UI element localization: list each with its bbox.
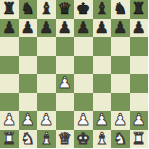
white-bishop-piece: ♝: [95, 130, 109, 148]
square-e3[interactable]: [74, 93, 93, 112]
square-c2[interactable]: ♟: [37, 111, 56, 130]
square-h1[interactable]: ♜: [130, 130, 149, 149]
white-pawn-piece: ♟: [95, 111, 109, 129]
black-bishop-piece: ♝: [95, 0, 109, 18]
black-knight-piece: ♞: [113, 0, 127, 18]
square-c8[interactable]: ♝: [37, 0, 56, 19]
black-pawn-piece: ♟: [58, 19, 72, 37]
square-a1[interactable]: ♜: [0, 130, 19, 149]
square-f3[interactable]: [93, 93, 112, 112]
square-h6[interactable]: [130, 37, 149, 56]
square-e5[interactable]: [74, 56, 93, 75]
square-h4[interactable]: [130, 74, 149, 93]
white-rook-piece: ♜: [2, 130, 16, 148]
black-pawn-piece: ♟: [76, 19, 90, 37]
square-a8[interactable]: ♜: [0, 0, 19, 19]
square-e4[interactable]: [74, 74, 93, 93]
square-h8[interactable]: ♜: [130, 0, 149, 19]
square-b6[interactable]: [19, 37, 38, 56]
square-g7[interactable]: ♟: [111, 19, 130, 38]
square-f8[interactable]: ♝: [93, 0, 112, 19]
square-c4[interactable]: [37, 74, 56, 93]
white-bishop-piece: ♝: [39, 130, 53, 148]
square-a6[interactable]: [0, 37, 19, 56]
white-queen-piece: ♛: [58, 130, 72, 148]
white-pawn-piece: ♟: [39, 111, 53, 129]
square-b3[interactable]: [19, 93, 38, 112]
white-knight-piece: ♞: [113, 130, 127, 148]
square-f1[interactable]: ♝: [93, 130, 112, 149]
square-a5[interactable]: [0, 56, 19, 75]
square-g3[interactable]: [111, 93, 130, 112]
square-f4[interactable]: [93, 74, 112, 93]
square-f6[interactable]: [93, 37, 112, 56]
square-h3[interactable]: [130, 93, 149, 112]
square-g8[interactable]: ♞: [111, 0, 130, 19]
black-pawn-piece: ♟: [39, 19, 53, 37]
square-d8[interactable]: ♛: [56, 0, 75, 19]
square-g2[interactable]: ♟: [111, 111, 130, 130]
square-e7[interactable]: ♟: [74, 19, 93, 38]
square-f7[interactable]: ♟: [93, 19, 112, 38]
square-d6[interactable]: [56, 37, 75, 56]
square-b1[interactable]: ♞: [19, 130, 38, 149]
square-b8[interactable]: ♞: [19, 0, 38, 19]
square-e1[interactable]: ♚: [74, 130, 93, 149]
square-d4[interactable]: ♟: [56, 74, 75, 93]
white-pawn-piece: ♟: [58, 74, 72, 92]
square-c1[interactable]: ♝: [37, 130, 56, 149]
black-bishop-piece: ♝: [39, 0, 53, 18]
square-b4[interactable]: [19, 74, 38, 93]
square-g5[interactable]: [111, 56, 130, 75]
square-a2[interactable]: ♟: [0, 111, 19, 130]
black-knight-piece: ♞: [21, 0, 35, 18]
white-rook-piece: ♜: [132, 130, 146, 148]
black-pawn-piece: ♟: [132, 19, 146, 37]
black-rook-piece: ♜: [132, 0, 146, 18]
square-b5[interactable]: [19, 56, 38, 75]
square-c3[interactable]: [37, 93, 56, 112]
square-d2[interactable]: [56, 111, 75, 130]
square-d3[interactable]: [56, 93, 75, 112]
white-king-piece: ♚: [76, 130, 90, 148]
black-pawn-piece: ♟: [95, 19, 109, 37]
white-pawn-piece: ♟: [21, 111, 35, 129]
square-b7[interactable]: ♟: [19, 19, 38, 38]
black-king-piece: ♚: [76, 0, 90, 18]
square-d7[interactable]: ♟: [56, 19, 75, 38]
square-e6[interactable]: [74, 37, 93, 56]
square-b2[interactable]: ♟: [19, 111, 38, 130]
square-c6[interactable]: [37, 37, 56, 56]
square-a4[interactable]: [0, 74, 19, 93]
square-c7[interactable]: ♟: [37, 19, 56, 38]
black-pawn-piece: ♟: [2, 19, 16, 37]
white-pawn-piece: ♟: [76, 111, 90, 129]
square-c5[interactable]: [37, 56, 56, 75]
square-f5[interactable]: [93, 56, 112, 75]
square-a7[interactable]: ♟: [0, 19, 19, 38]
black-pawn-piece: ♟: [21, 19, 35, 37]
square-g1[interactable]: ♞: [111, 130, 130, 149]
square-d5[interactable]: [56, 56, 75, 75]
black-rook-piece: ♜: [2, 0, 16, 18]
white-pawn-piece: ♟: [113, 111, 127, 129]
black-queen-piece: ♛: [58, 0, 72, 18]
square-h2[interactable]: ♟: [130, 111, 149, 130]
square-f2[interactable]: ♟: [93, 111, 112, 130]
black-pawn-piece: ♟: [113, 19, 127, 37]
white-pawn-piece: ♟: [132, 111, 146, 129]
square-e2[interactable]: ♟: [74, 111, 93, 130]
chess-board: ♜♞♝♛♚♝♞♜♟♟♟♟♟♟♟♟♟♟♟♟♟♟♟♟♜♞♝♛♚♝♞♜: [0, 0, 148, 148]
square-h7[interactable]: ♟: [130, 19, 149, 38]
square-g6[interactable]: [111, 37, 130, 56]
square-e8[interactable]: ♚: [74, 0, 93, 19]
square-h5[interactable]: [130, 56, 149, 75]
square-g4[interactable]: [111, 74, 130, 93]
square-d1[interactable]: ♛: [56, 130, 75, 149]
white-knight-piece: ♞: [21, 130, 35, 148]
white-pawn-piece: ♟: [2, 111, 16, 129]
square-a3[interactable]: [0, 93, 19, 112]
